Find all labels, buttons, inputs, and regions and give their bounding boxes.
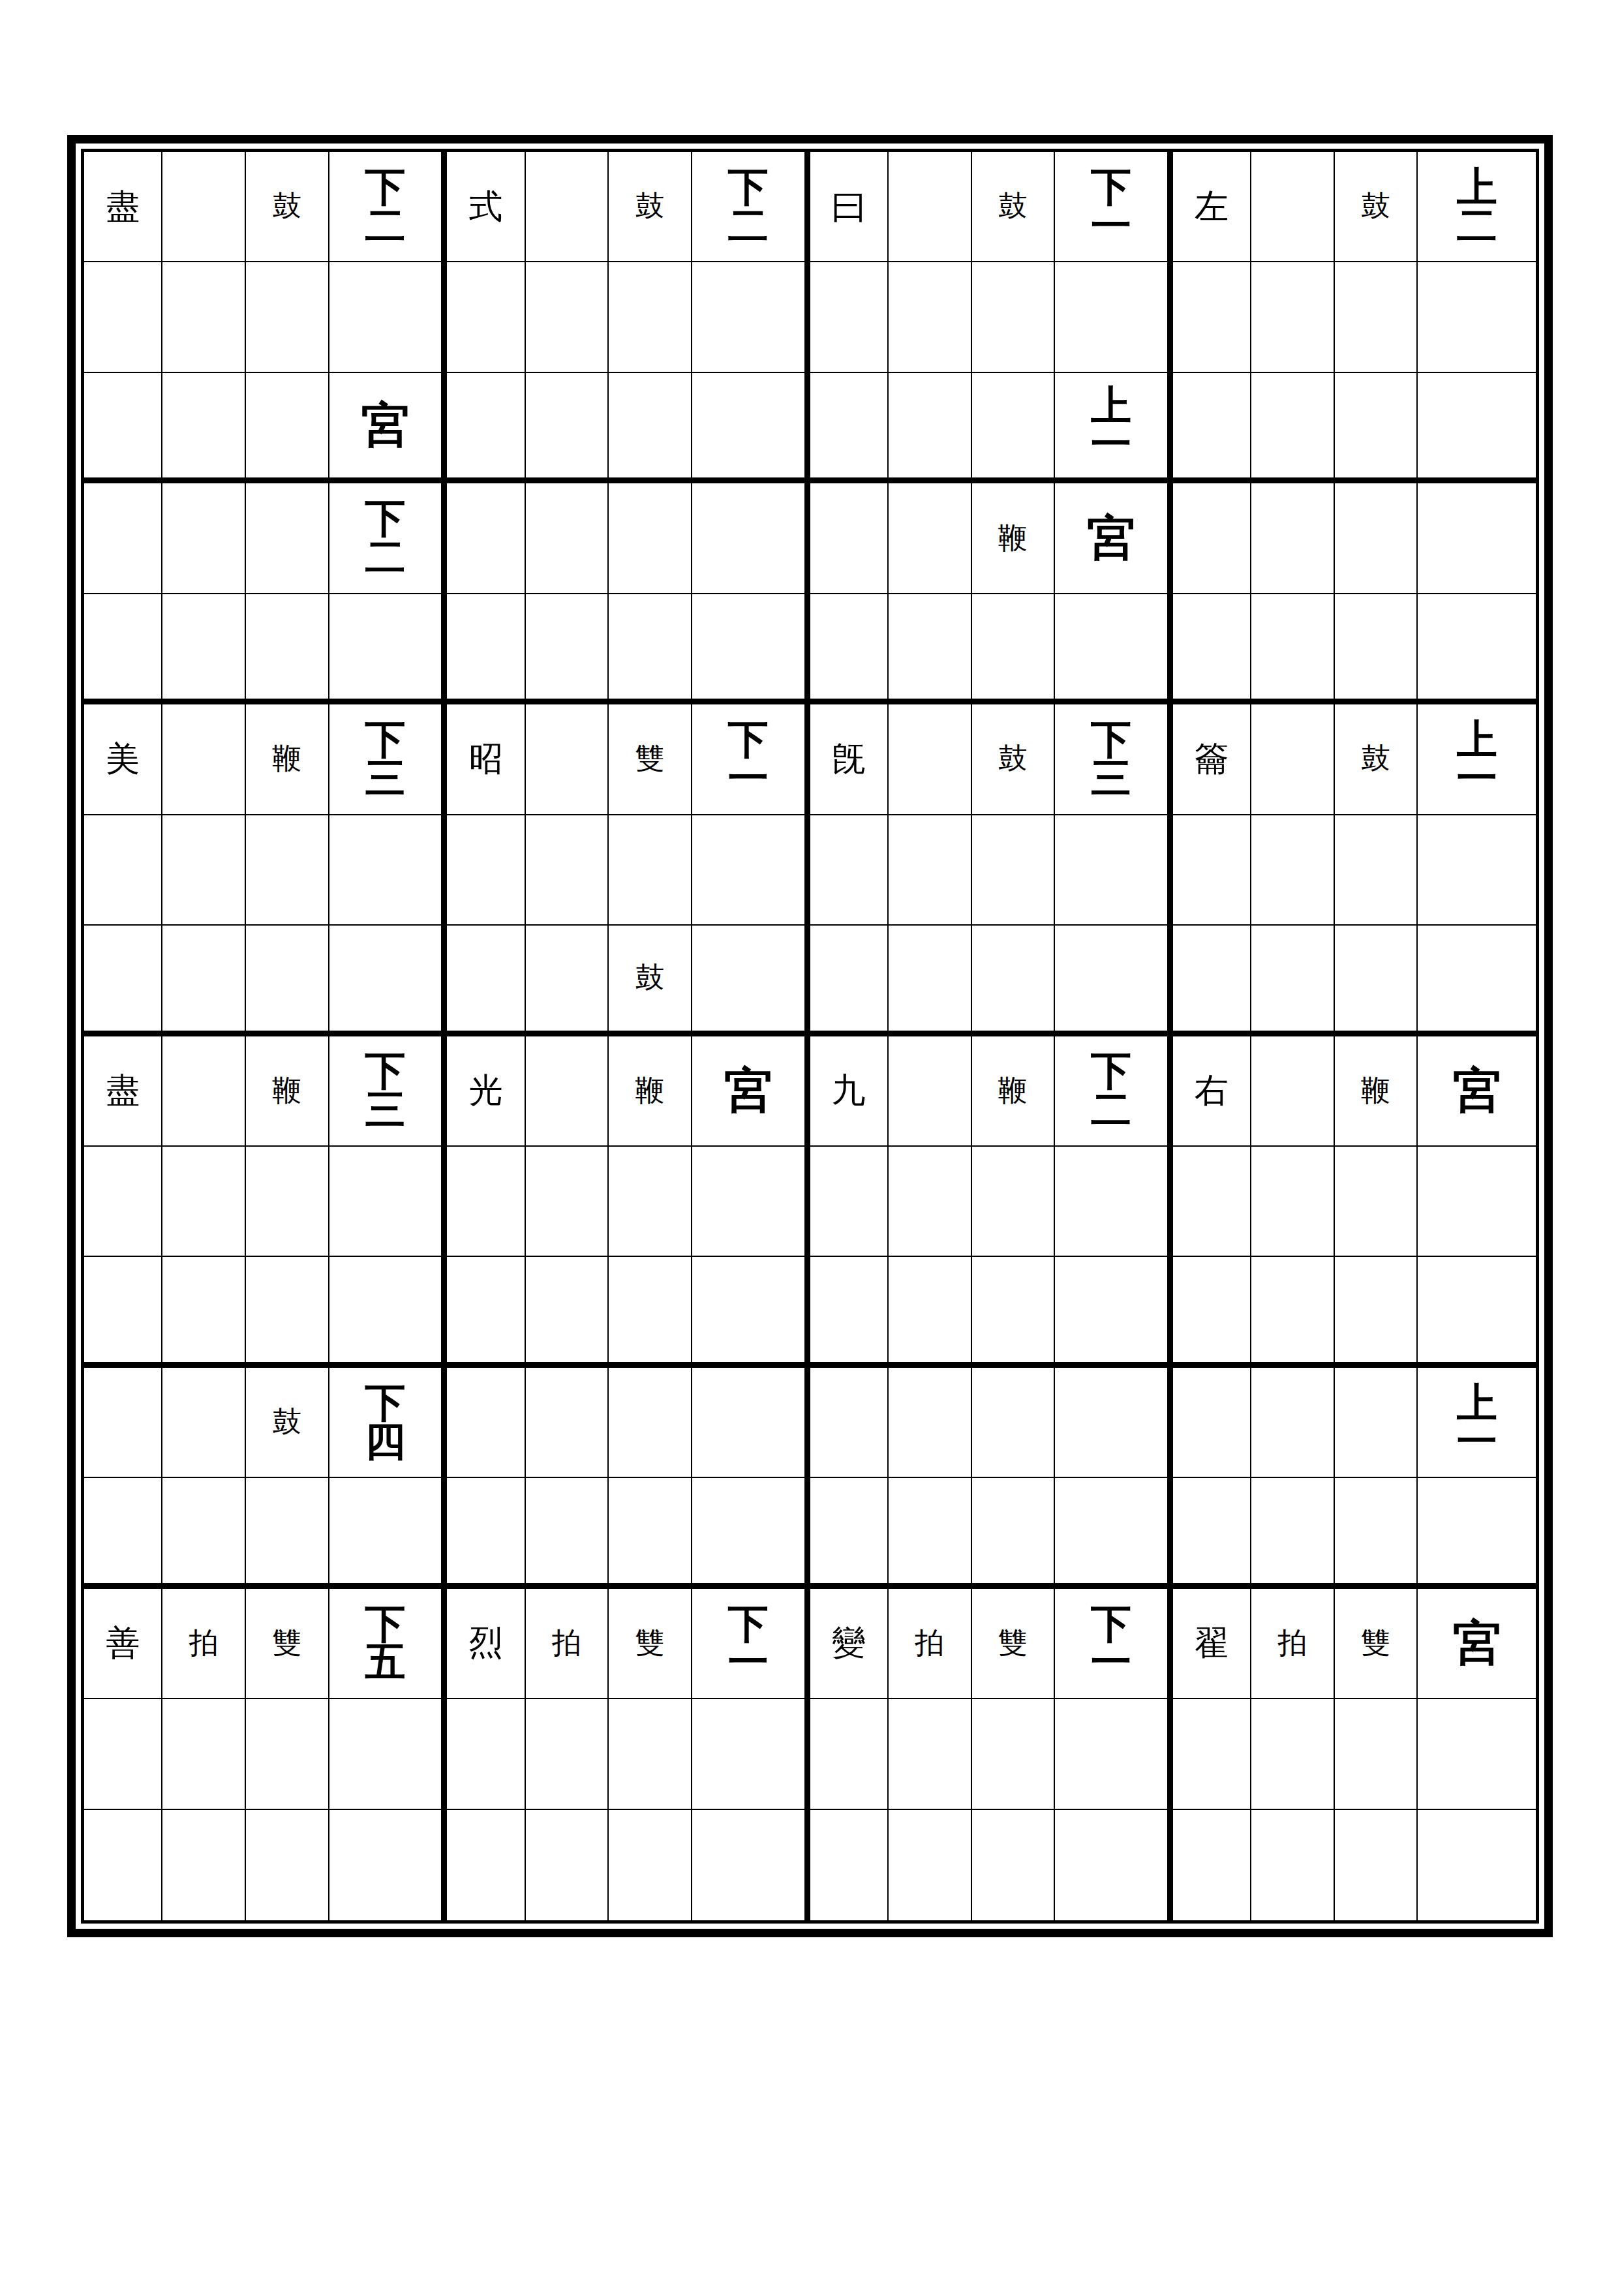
- pitch-char: 下: [365, 168, 405, 207]
- pitch-glyph: 下三: [365, 1052, 405, 1129]
- pitch-glyph: 上一: [1091, 387, 1131, 464]
- score-grid: 盡鼓下二式鼓下二曰鼓下一左鼓上二宮上一下二鞭宮美鞭下三昭雙下一旣鼓下三籥鼓上一鼓…: [81, 149, 1539, 1924]
- cell-r10-c1: [84, 1147, 162, 1257]
- pitch-glyph: 下一: [1091, 1605, 1131, 1682]
- cell-r8-c15: [1335, 926, 1418, 1036]
- pitch-char: 宮: [361, 401, 409, 449]
- pitch-char: 二: [728, 207, 769, 245]
- pitch-char: 一: [1091, 207, 1131, 245]
- cell-r7-c16: [1418, 815, 1536, 926]
- cell-r14-c10: 拍: [889, 1589, 972, 1699]
- cell-r16-c8: [692, 1810, 810, 1920]
- cell-r11-c13: [1173, 1257, 1251, 1367]
- cell-r2-c2: [162, 262, 246, 372]
- percussion-glyph: 拍: [189, 1629, 219, 1658]
- cell-r14-c4: 下五: [329, 1589, 448, 1699]
- cell-r11-c5: [447, 1257, 525, 1367]
- cell-r5-c7: [609, 594, 692, 704]
- pitch-char: 上: [1091, 387, 1131, 425]
- cell-r15-c10: [889, 1699, 972, 1809]
- cell-r12-c16: 上一: [1418, 1368, 1536, 1478]
- percussion-glyph: 雙: [272, 1629, 301, 1658]
- cell-r11-c9: [810, 1257, 889, 1367]
- cell-r8-c10: [889, 926, 972, 1036]
- cell-r16-c9: [810, 1810, 889, 1920]
- cell-r12-c13: [1173, 1368, 1251, 1478]
- cell-r6-c12: 下三: [1055, 704, 1173, 815]
- cell-r15-c5: [447, 1699, 525, 1809]
- cell-r5-c12: [1055, 594, 1173, 704]
- lyric-glyph: 旣: [832, 742, 866, 776]
- pitch-char: 二: [365, 207, 405, 245]
- cell-r11-c6: [526, 1257, 609, 1367]
- cell-r1-c12: 下一: [1055, 152, 1173, 262]
- pitch-glyph: 上一: [1457, 1384, 1497, 1461]
- cell-r8-c11: [972, 926, 1056, 1036]
- cell-r2-c12: [1055, 262, 1173, 372]
- pitch-char: 三: [365, 759, 405, 798]
- cell-r10-c6: [526, 1147, 609, 1257]
- pitch-glyph: 下三: [365, 721, 405, 798]
- cell-r6-c1: 美: [84, 704, 162, 815]
- cell-r3-c13: [1173, 373, 1251, 483]
- cell-r5-c2: [162, 594, 246, 704]
- cell-r6-c5: 昭: [447, 704, 525, 815]
- cell-r16-c14: [1251, 1810, 1335, 1920]
- pitch-char: 一: [1091, 1643, 1131, 1682]
- cell-r9-c8: 宮: [692, 1036, 810, 1147]
- cell-r13-c10: [889, 1478, 972, 1588]
- cell-r1-c9: 曰: [810, 152, 889, 262]
- cell-r3-c10: [889, 373, 972, 483]
- cell-r5-c16: [1418, 594, 1536, 704]
- cell-r12-c3: 鼓: [246, 1368, 329, 1478]
- cell-r6-c14: [1251, 704, 1335, 815]
- cell-r8-c6: [526, 926, 609, 1036]
- cell-r10-c15: [1335, 1147, 1418, 1257]
- pitch-glyph: 上一: [1457, 721, 1497, 798]
- pitch-glyph: 下三: [1091, 721, 1131, 798]
- percussion-glyph: 鞭: [1361, 1076, 1390, 1106]
- percussion-glyph: 鞭: [635, 1076, 665, 1106]
- cell-r9-c12: 下二: [1055, 1036, 1173, 1147]
- cell-r4-c16: [1418, 483, 1536, 594]
- cell-r4-c9: [810, 483, 889, 594]
- score-board: 盡鼓下二式鼓下二曰鼓下一左鼓上二宮上一下二鞭宮美鞭下三昭雙下一旣鼓下三籥鼓上一鼓…: [67, 135, 1553, 1937]
- cell-r7-c15: [1335, 815, 1418, 926]
- cell-r14-c2: 拍: [162, 1589, 246, 1699]
- cell-r9-c7: 鞭: [609, 1036, 692, 1147]
- lyric-glyph: 盡: [106, 1074, 140, 1108]
- cell-r4-c13: [1173, 483, 1251, 594]
- pitch-glyph: 下一: [1091, 168, 1131, 245]
- cell-r9-c5: 光: [447, 1036, 525, 1147]
- pitch-char: 下: [1091, 168, 1131, 207]
- cell-r3-c2: [162, 373, 246, 483]
- cell-r2-c16: [1418, 262, 1536, 372]
- cell-r9-c6: [526, 1036, 609, 1147]
- cell-r7-c7: [609, 815, 692, 926]
- pitch-char: 上: [1457, 721, 1497, 759]
- cell-r15-c9: [810, 1699, 889, 1809]
- cell-r4-c7: [609, 483, 692, 594]
- pitch-char: 下: [365, 721, 405, 759]
- percussion-glyph: 雙: [998, 1629, 1028, 1658]
- cell-r9-c11: 鞭: [972, 1036, 1056, 1147]
- cell-r11-c11: [972, 1257, 1056, 1367]
- cell-r8-c13: [1173, 926, 1251, 1036]
- pitch-char: 一: [1457, 759, 1497, 798]
- cell-r8-c16: [1418, 926, 1536, 1036]
- cell-r11-c12: [1055, 1257, 1173, 1367]
- cell-r13-c2: [162, 1478, 246, 1588]
- cell-r7-c2: [162, 815, 246, 926]
- cell-r6-c6: [526, 704, 609, 815]
- cell-r8-c9: [810, 926, 889, 1036]
- cell-r13-c11: [972, 1478, 1056, 1588]
- cell-r3-c9: [810, 373, 889, 483]
- pitch-glyph: 下一: [728, 721, 769, 798]
- pitch-char: 三: [365, 1091, 405, 1129]
- pitch-glyph: 下二: [1091, 1052, 1131, 1129]
- cell-r8-c8: [692, 926, 810, 1036]
- pitch-glyph: 宮: [361, 401, 409, 449]
- cell-r11-c2: [162, 1257, 246, 1367]
- percussion-glyph: 雙: [635, 1629, 665, 1658]
- cell-r12-c4: 下四: [329, 1368, 448, 1478]
- lyric-glyph: 左: [1195, 190, 1229, 224]
- pitch-char: 宮: [1453, 1066, 1501, 1115]
- cell-r4-c10: [889, 483, 972, 594]
- pitch-char: 二: [1091, 1091, 1131, 1129]
- cell-r11-c15: [1335, 1257, 1418, 1367]
- cell-r6-c7: 雙: [609, 704, 692, 815]
- cell-r12-c2: [162, 1368, 246, 1478]
- percussion-glyph: 鼓: [1361, 744, 1390, 774]
- cell-r2-c4: [329, 262, 448, 372]
- pitch-glyph: 下二: [365, 168, 405, 245]
- cell-r16-c12: [1055, 1810, 1173, 1920]
- cell-r6-c8: 下一: [692, 704, 810, 815]
- cell-r9-c1: 盡: [84, 1036, 162, 1147]
- cell-r14-c15: 雙: [1335, 1589, 1418, 1699]
- cell-r8-c5: [447, 926, 525, 1036]
- cell-r9-c16: 宮: [1418, 1036, 1536, 1147]
- pitch-char: 一: [1091, 425, 1131, 464]
- cell-r14-c7: 雙: [609, 1589, 692, 1699]
- cell-r16-c10: [889, 1810, 972, 1920]
- cell-r16-c16: [1418, 1810, 1536, 1920]
- cell-r1-c11: 鼓: [972, 152, 1056, 262]
- cell-r3-c3: [246, 373, 329, 483]
- cell-r3-c15: [1335, 373, 1418, 483]
- cell-r14-c9: 變: [810, 1589, 889, 1699]
- cell-r14-c11: 雙: [972, 1589, 1056, 1699]
- cell-r9-c10: [889, 1036, 972, 1147]
- cell-r16-c4: [329, 1810, 448, 1920]
- lyric-glyph: 盡: [106, 190, 140, 224]
- cell-r16-c3: [246, 1810, 329, 1920]
- cell-r6-c16: 上一: [1418, 704, 1536, 815]
- cell-r7-c11: [972, 815, 1056, 926]
- cell-r11-c4: [329, 1257, 448, 1367]
- pitch-char: 二: [365, 538, 405, 577]
- cell-r6-c15: 鼓: [1335, 704, 1418, 815]
- lyric-glyph: 九: [832, 1074, 866, 1108]
- cell-r11-c10: [889, 1257, 972, 1367]
- lyric-glyph: 善: [106, 1626, 140, 1660]
- cell-r2-c15: [1335, 262, 1418, 372]
- cell-r10-c3: [246, 1147, 329, 1257]
- pitch-char: 五: [365, 1643, 405, 1682]
- cell-r7-c13: [1173, 815, 1251, 926]
- cell-r3-c12: 上一: [1055, 373, 1173, 483]
- percussion-glyph: 鼓: [635, 963, 665, 993]
- cell-r11-c7: [609, 1257, 692, 1367]
- cell-r12-c15: [1335, 1368, 1418, 1478]
- pitch-char: 宮: [1453, 1619, 1501, 1667]
- percussion-glyph: 鼓: [635, 192, 665, 221]
- cell-r12-c12: [1055, 1368, 1173, 1478]
- pitch-char: 下: [1091, 721, 1131, 759]
- cell-r12-c11: [972, 1368, 1056, 1478]
- cell-r13-c14: [1251, 1478, 1335, 1588]
- percussion-glyph: 鞭: [272, 1076, 301, 1106]
- percussion-glyph: 鼓: [1361, 192, 1390, 221]
- cell-r10-c8: [692, 1147, 810, 1257]
- score-sheet: 盡鼓下二式鼓下二曰鼓下一左鼓上二宮上一下二鞭宮美鞭下三昭雙下一旣鼓下三籥鼓上一鼓…: [0, 0, 1618, 2296]
- pitch-char: 下: [728, 1605, 769, 1644]
- cell-r13-c16: [1418, 1478, 1536, 1588]
- percussion-glyph: 鼓: [998, 744, 1028, 774]
- cell-r16-c6: [526, 1810, 609, 1920]
- cell-r1-c5: 式: [447, 152, 525, 262]
- lyric-glyph: 美: [106, 742, 140, 776]
- cell-r13-c12: [1055, 1478, 1173, 1588]
- cell-r4-c11: 鞭: [972, 483, 1056, 594]
- cell-r3-c6: [526, 373, 609, 483]
- lyric-glyph: 右: [1195, 1074, 1229, 1108]
- cell-r12-c9: [810, 1368, 889, 1478]
- pitch-glyph: 下二: [365, 500, 405, 577]
- cell-r14-c12: 下一: [1055, 1589, 1173, 1699]
- percussion-glyph: 拍: [1277, 1629, 1307, 1658]
- cell-r5-c4: [329, 594, 448, 704]
- cell-r8-c3: [246, 926, 329, 1036]
- cell-r9-c2: [162, 1036, 246, 1147]
- cell-r15-c14: [1251, 1699, 1335, 1809]
- cell-r12-c8: [692, 1368, 810, 1478]
- cell-r15-c13: [1173, 1699, 1251, 1809]
- cell-r13-c13: [1173, 1478, 1251, 1588]
- cell-r16-c15: [1335, 1810, 1418, 1920]
- cell-r5-c9: [810, 594, 889, 704]
- cell-r14-c6: 拍: [526, 1589, 609, 1699]
- cell-r15-c4: [329, 1699, 448, 1809]
- cell-r6-c9: 旣: [810, 704, 889, 815]
- pitch-char: 四: [365, 1423, 405, 1461]
- cell-r10-c7: [609, 1147, 692, 1257]
- cell-r2-c11: [972, 262, 1056, 372]
- pitch-char: 上: [1457, 1384, 1497, 1423]
- cell-r1-c15: 鼓: [1335, 152, 1418, 262]
- cell-r12-c10: [889, 1368, 972, 1478]
- cell-r2-c10: [889, 262, 972, 372]
- cell-r9-c14: [1251, 1036, 1335, 1147]
- cell-r1-c8: 下二: [692, 152, 810, 262]
- cell-r3-c11: [972, 373, 1056, 483]
- percussion-glyph: 拍: [552, 1629, 581, 1658]
- cell-r6-c10: [889, 704, 972, 815]
- cell-r11-c14: [1251, 1257, 1335, 1367]
- cell-r5-c8: [692, 594, 810, 704]
- pitch-char: 上: [1457, 168, 1497, 207]
- cell-r12-c6: [526, 1368, 609, 1478]
- cell-r12-c14: [1251, 1368, 1335, 1478]
- lyric-glyph: 式: [468, 190, 502, 224]
- cell-r14-c5: 烈: [447, 1589, 525, 1699]
- cell-r11-c1: [84, 1257, 162, 1367]
- cell-r14-c13: 翟: [1173, 1589, 1251, 1699]
- cell-r10-c13: [1173, 1147, 1251, 1257]
- pitch-char: 下: [365, 500, 405, 538]
- cell-r2-c7: [609, 262, 692, 372]
- cell-r14-c1: 善: [84, 1589, 162, 1699]
- cell-r10-c2: [162, 1147, 246, 1257]
- lyric-glyph: 翟: [1195, 1626, 1229, 1660]
- cell-r7-c3: [246, 815, 329, 926]
- cell-r2-c5: [447, 262, 525, 372]
- cell-r4-c5: [447, 483, 525, 594]
- percussion-glyph: 拍: [915, 1629, 944, 1658]
- cell-r12-c1: [84, 1368, 162, 1478]
- pitch-char: 一: [728, 759, 769, 798]
- pitch-char: 下: [365, 1384, 405, 1423]
- cell-r3-c7: [609, 373, 692, 483]
- cell-r7-c1: [84, 815, 162, 926]
- cell-r7-c4: [329, 815, 448, 926]
- pitch-glyph: 下四: [365, 1384, 405, 1461]
- cell-r14-c14: 拍: [1251, 1589, 1335, 1699]
- cell-r5-c1: [84, 594, 162, 704]
- pitch-glyph: 下二: [728, 168, 769, 245]
- cell-r8-c4: [329, 926, 448, 1036]
- cell-r15-c8: [692, 1699, 810, 1809]
- cell-r1-c7: 鼓: [609, 152, 692, 262]
- cell-r16-c1: [84, 1810, 162, 1920]
- cell-r9-c3: 鞭: [246, 1036, 329, 1147]
- cell-r3-c5: [447, 373, 525, 483]
- cell-r5-c6: [526, 594, 609, 704]
- cell-r5-c15: [1335, 594, 1418, 704]
- cell-r4-c15: [1335, 483, 1418, 594]
- cell-r2-c8: [692, 262, 810, 372]
- pitch-char: 二: [1457, 207, 1497, 245]
- cell-r3-c8: [692, 373, 810, 483]
- cell-r9-c15: 鞭: [1335, 1036, 1418, 1147]
- cell-r15-c16: [1418, 1699, 1536, 1809]
- cell-r3-c4: 宮: [329, 373, 448, 483]
- percussion-glyph: 鼓: [272, 1408, 301, 1437]
- pitch-char: 下: [1091, 1605, 1131, 1644]
- cell-r11-c3: [246, 1257, 329, 1367]
- cell-r3-c14: [1251, 373, 1335, 483]
- cell-r10-c14: [1251, 1147, 1335, 1257]
- cell-r10-c9: [810, 1147, 889, 1257]
- cell-r15-c7: [609, 1699, 692, 1809]
- cell-r1-c2: [162, 152, 246, 262]
- lyric-glyph: 光: [468, 1074, 502, 1108]
- pitch-glyph: 上二: [1457, 168, 1497, 245]
- pitch-glyph: 下五: [365, 1605, 405, 1682]
- cell-r1-c6: [526, 152, 609, 262]
- pitch-char: 宮: [1087, 514, 1135, 562]
- cell-r15-c6: [526, 1699, 609, 1809]
- cell-r7-c14: [1251, 815, 1335, 926]
- cell-r15-c2: [162, 1699, 246, 1809]
- cell-r12-c7: [609, 1368, 692, 1478]
- cell-r10-c4: [329, 1147, 448, 1257]
- cell-r10-c10: [889, 1147, 972, 1257]
- cell-r6-c2: [162, 704, 246, 815]
- cell-r2-c9: [810, 262, 889, 372]
- cell-r11-c16: [1418, 1257, 1536, 1367]
- cell-r5-c11: [972, 594, 1056, 704]
- cell-r14-c8: 下一: [692, 1589, 810, 1699]
- cell-r8-c1: [84, 926, 162, 1036]
- cell-r7-c5: [447, 815, 525, 926]
- cell-r4-c14: [1251, 483, 1335, 594]
- cell-r15-c3: [246, 1699, 329, 1809]
- cell-r13-c6: [526, 1478, 609, 1588]
- pitch-char: 三: [1091, 759, 1131, 798]
- cell-r15-c1: [84, 1699, 162, 1809]
- cell-r6-c4: 下三: [329, 704, 448, 815]
- cell-r13-c8: [692, 1478, 810, 1588]
- cell-r10-c16: [1418, 1147, 1536, 1257]
- cell-r2-c1: [84, 262, 162, 372]
- pitch-glyph: 宮: [1087, 514, 1135, 562]
- cell-r6-c13: 籥: [1173, 704, 1251, 815]
- cell-r8-c7: 鼓: [609, 926, 692, 1036]
- cell-r5-c10: [889, 594, 972, 704]
- cell-r10-c11: [972, 1147, 1056, 1257]
- percussion-glyph: 鼓: [272, 192, 301, 221]
- pitch-char: 下: [728, 721, 769, 759]
- pitch-char: 下: [728, 168, 769, 207]
- cell-r15-c11: [972, 1699, 1056, 1809]
- cell-r13-c1: [84, 1478, 162, 1588]
- cell-r13-c7: [609, 1478, 692, 1588]
- cell-r13-c5: [447, 1478, 525, 1588]
- cell-r5-c13: [1173, 594, 1251, 704]
- percussion-glyph: 雙: [635, 744, 665, 774]
- cell-r12-c5: [447, 1368, 525, 1478]
- cell-r9-c9: 九: [810, 1036, 889, 1147]
- cell-r7-c9: [810, 815, 889, 926]
- lyric-glyph: 昭: [468, 742, 502, 776]
- cell-r2-c6: [526, 262, 609, 372]
- cell-r13-c15: [1335, 1478, 1418, 1588]
- cell-r6-c3: 鞭: [246, 704, 329, 815]
- cell-r8-c2: [162, 926, 246, 1036]
- cell-r3-c16: [1418, 373, 1536, 483]
- cell-r7-c6: [526, 815, 609, 926]
- cell-r1-c1: 盡: [84, 152, 162, 262]
- cell-r2-c14: [1251, 262, 1335, 372]
- pitch-char: 宮: [724, 1066, 772, 1115]
- cell-r4-c1: [84, 483, 162, 594]
